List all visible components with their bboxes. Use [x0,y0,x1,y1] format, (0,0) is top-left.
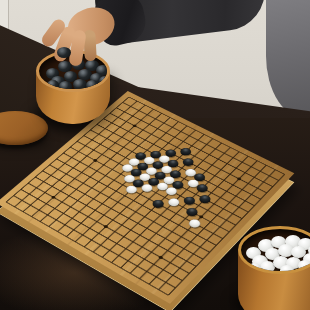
white-stone-bowl[interactable] [238,226,310,310]
go-game-scene [0,0,310,310]
bowl-black-stone[interactable] [73,79,87,90]
held-black-stone[interactable] [57,47,71,58]
bowl-white-stone[interactable] [280,265,294,274]
bowl-black-stone[interactable] [59,81,72,92]
